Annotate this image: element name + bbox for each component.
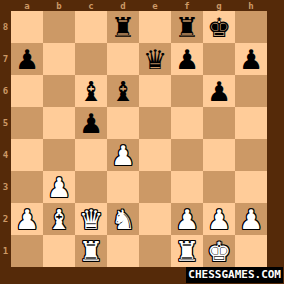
square-a4[interactable]	[11, 139, 43, 171]
file-label-g: g	[203, 0, 235, 11]
square-b8[interactable]	[43, 11, 75, 43]
piece-white-bishop: ♝	[47, 206, 71, 233]
square-e3[interactable]	[139, 171, 171, 203]
piece-white-pawn: ♟	[15, 206, 39, 233]
square-g5[interactable]	[203, 107, 235, 139]
square-c1[interactable]: ♜	[75, 235, 107, 267]
square-a6[interactable]	[11, 75, 43, 107]
square-e2[interactable]	[139, 203, 171, 235]
square-d3[interactable]	[107, 171, 139, 203]
piece-white-pawn: ♟	[207, 206, 231, 233]
square-d6[interactable]: ♝	[107, 75, 139, 107]
square-f2[interactable]: ♟	[171, 203, 203, 235]
square-b7[interactable]	[43, 43, 75, 75]
rank-label-5: 5	[0, 107, 11, 139]
piece-black-pawn: ♟	[175, 46, 199, 73]
file-label-h: h	[235, 0, 267, 11]
piece-white-pawn: ♟	[47, 174, 71, 201]
piece-black-pawn: ♟	[79, 110, 103, 137]
square-d4[interactable]: ♟	[107, 139, 139, 171]
rank-label-6: 6	[0, 75, 11, 107]
piece-white-king: ♚	[207, 238, 231, 265]
square-e4[interactable]	[139, 139, 171, 171]
square-c2[interactable]: ♛	[75, 203, 107, 235]
piece-white-rook: ♜	[79, 238, 103, 265]
piece-black-rook: ♜	[175, 14, 199, 41]
square-g6[interactable]: ♟	[203, 75, 235, 107]
piece-black-bishop: ♝	[111, 78, 135, 105]
square-f5[interactable]	[171, 107, 203, 139]
square-d1[interactable]	[107, 235, 139, 267]
piece-black-king: ♚	[207, 14, 231, 41]
square-e1[interactable]	[139, 235, 171, 267]
rank-label-8: 8	[0, 11, 11, 43]
square-d2[interactable]: ♞	[107, 203, 139, 235]
piece-white-pawn: ♟	[239, 206, 263, 233]
piece-black-queen: ♛	[143, 46, 167, 73]
file-label-a: a	[11, 0, 43, 11]
square-h5[interactable]	[235, 107, 267, 139]
square-d8[interactable]: ♜	[107, 11, 139, 43]
square-e7[interactable]: ♛	[139, 43, 171, 75]
square-a7[interactable]: ♟	[11, 43, 43, 75]
square-b3[interactable]: ♟	[43, 171, 75, 203]
square-b2[interactable]: ♝	[43, 203, 75, 235]
square-b4[interactable]	[43, 139, 75, 171]
rank-label-4: 4	[0, 139, 11, 171]
square-e6[interactable]	[139, 75, 171, 107]
square-f8[interactable]: ♜	[171, 11, 203, 43]
piece-white-rook: ♜	[175, 238, 199, 265]
square-g2[interactable]: ♟	[203, 203, 235, 235]
square-h7[interactable]: ♟	[235, 43, 267, 75]
square-f7[interactable]: ♟	[171, 43, 203, 75]
square-h8[interactable]	[235, 11, 267, 43]
piece-black-pawn: ♟	[15, 46, 39, 73]
rank-label-2: 2	[0, 203, 11, 235]
square-g3[interactable]	[203, 171, 235, 203]
file-labels: abcdefgh	[11, 0, 267, 11]
square-h6[interactable]	[235, 75, 267, 107]
rank-label-7: 7	[0, 43, 11, 75]
square-d7[interactable]	[107, 43, 139, 75]
square-f6[interactable]	[171, 75, 203, 107]
file-label-b: b	[43, 0, 75, 11]
square-b1[interactable]	[43, 235, 75, 267]
piece-white-queen: ♛	[79, 206, 103, 233]
piece-white-pawn: ♟	[175, 206, 199, 233]
square-b5[interactable]	[43, 107, 75, 139]
square-g1[interactable]: ♚	[203, 235, 235, 267]
square-e8[interactable]	[139, 11, 171, 43]
piece-white-pawn: ♟	[111, 142, 135, 169]
square-h1[interactable]	[235, 235, 267, 267]
chess-diagram: abcdefgh 87654321 ♜♜♚♟♛♟♟♝♝♟♟♟♟♟♝♛♞♟♟♟♜♜…	[0, 0, 284, 284]
piece-white-knight: ♞	[111, 206, 135, 233]
square-h3[interactable]	[235, 171, 267, 203]
square-c8[interactable]	[75, 11, 107, 43]
square-b6[interactable]	[43, 75, 75, 107]
square-a3[interactable]	[11, 171, 43, 203]
piece-black-bishop: ♝	[79, 78, 103, 105]
file-label-f: f	[171, 0, 203, 11]
piece-black-pawn: ♟	[239, 46, 263, 73]
square-g4[interactable]	[203, 139, 235, 171]
square-c3[interactable]	[75, 171, 107, 203]
square-h2[interactable]: ♟	[235, 203, 267, 235]
square-c4[interactable]	[75, 139, 107, 171]
square-g8[interactable]: ♚	[203, 11, 235, 43]
square-e5[interactable]	[139, 107, 171, 139]
piece-black-rook: ♜	[111, 14, 135, 41]
square-d5[interactable]	[107, 107, 139, 139]
rank-labels: 87654321	[0, 11, 11, 267]
square-f4[interactable]	[171, 139, 203, 171]
rank-label-1: 1	[0, 235, 11, 267]
square-f3[interactable]	[171, 171, 203, 203]
piece-black-pawn: ♟	[207, 78, 231, 105]
square-a2[interactable]: ♟	[11, 203, 43, 235]
file-label-c: c	[75, 0, 107, 11]
square-a5[interactable]	[11, 107, 43, 139]
square-h4[interactable]	[235, 139, 267, 171]
square-g7[interactable]	[203, 43, 235, 75]
rank-label-3: 3	[0, 171, 11, 203]
file-label-d: d	[107, 0, 139, 11]
square-a1[interactable]	[11, 235, 43, 267]
chess-board: ♜♜♚♟♛♟♟♝♝♟♟♟♟♟♝♛♞♟♟♟♜♜♚	[11, 11, 267, 267]
square-f1[interactable]: ♜	[171, 235, 203, 267]
brand-watermark: CHESSGAMES.COM	[186, 267, 283, 283]
square-c5[interactable]: ♟	[75, 107, 107, 139]
file-label-e: e	[139, 0, 171, 11]
square-c6[interactable]: ♝	[75, 75, 107, 107]
square-c7[interactable]	[75, 43, 107, 75]
square-a8[interactable]	[11, 11, 43, 43]
